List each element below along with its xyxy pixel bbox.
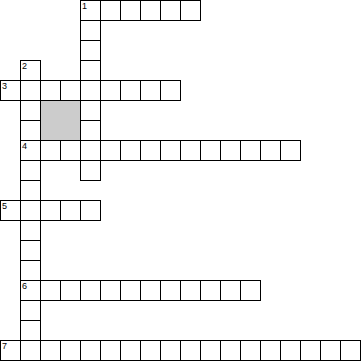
clue-number-7: 7 <box>2 341 7 351</box>
cell-r17c9[interactable] <box>180 340 201 361</box>
cell-r17c12[interactable] <box>240 340 261 361</box>
cell-r14c7[interactable] <box>140 280 161 301</box>
cell-r16c1[interactable] <box>20 320 41 341</box>
cell-r7c2[interactable] <box>40 140 61 161</box>
clue-number-2: 2 <box>22 61 27 71</box>
cell-r5c1[interactable] <box>20 100 41 121</box>
cell-r10c4[interactable] <box>80 200 101 221</box>
cell-r2c4[interactable] <box>80 40 101 61</box>
cell-r8c4[interactable] <box>80 160 101 181</box>
cell-r10c2[interactable] <box>40 200 61 221</box>
cell-r6c1[interactable] <box>20 120 41 141</box>
cell-r17c4[interactable] <box>80 340 101 361</box>
cell-r14c1[interactable]: 6 <box>20 280 41 301</box>
cell-r14c3[interactable] <box>60 280 81 301</box>
cell-r17c11[interactable] <box>220 340 241 361</box>
cell-r17c1[interactable] <box>20 340 41 361</box>
cell-r17c17[interactable] <box>340 340 361 361</box>
crossword-grid: 1234567 <box>0 0 361 361</box>
cell-r8c1[interactable] <box>20 160 41 181</box>
cell-r7c8[interactable] <box>160 140 181 161</box>
cell-r7c13[interactable] <box>260 140 281 161</box>
cell-r17c7[interactable] <box>140 340 161 361</box>
cell-r17c3[interactable] <box>60 340 81 361</box>
cell-r14c8[interactable] <box>160 280 181 301</box>
cell-r4c7[interactable] <box>140 80 161 101</box>
cell-r7c6[interactable] <box>120 140 141 161</box>
cell-r14c2[interactable] <box>40 280 61 301</box>
cell-r7c11[interactable] <box>220 140 241 161</box>
cell-r17c2[interactable] <box>40 340 61 361</box>
cell-r17c14[interactable] <box>280 340 301 361</box>
cell-r9c1[interactable] <box>20 180 41 201</box>
cell-r10c1[interactable] <box>20 200 41 221</box>
cell-r14c10[interactable] <box>200 280 221 301</box>
cell-r7c5[interactable] <box>100 140 121 161</box>
cell-r4c3[interactable] <box>60 80 81 101</box>
cell-r7c14[interactable] <box>280 140 301 161</box>
cell-r0c5[interactable] <box>100 0 121 21</box>
cell-r4c8[interactable] <box>160 80 181 101</box>
cell-r4c0[interactable]: 3 <box>0 80 21 101</box>
cell-r17c10[interactable] <box>200 340 221 361</box>
cell-r1c4[interactable] <box>80 20 101 41</box>
cell-r14c11[interactable] <box>220 280 241 301</box>
clue-number-4: 4 <box>22 141 27 151</box>
cell-r10c0[interactable]: 5 <box>0 200 21 221</box>
cell-r0c9[interactable] <box>180 0 201 21</box>
cell-r17c15[interactable] <box>300 340 321 361</box>
cell-r0c6[interactable] <box>120 0 141 21</box>
cell-r3c1[interactable]: 2 <box>20 60 41 81</box>
clue-number-6: 6 <box>22 281 27 291</box>
cell-r4c1[interactable] <box>20 80 41 101</box>
cell-r0c7[interactable] <box>140 0 161 21</box>
cell-r3c4[interactable] <box>80 60 101 81</box>
cell-r17c16[interactable] <box>320 340 341 361</box>
cell-r7c9[interactable] <box>180 140 201 161</box>
cell-r0c4[interactable]: 1 <box>80 0 101 21</box>
cell-r17c8[interactable] <box>160 340 181 361</box>
cell-r14c4[interactable] <box>80 280 101 301</box>
cell-r7c12[interactable] <box>240 140 261 161</box>
cell-r10c3[interactable] <box>60 200 81 221</box>
cell-r14c12[interactable] <box>240 280 261 301</box>
cell-r17c6[interactable] <box>120 340 141 361</box>
clue-number-3: 3 <box>2 81 7 91</box>
cell-r11c1[interactable] <box>20 220 41 241</box>
cell-r7c3[interactable] <box>60 140 81 161</box>
cell-r5c4[interactable] <box>80 100 101 121</box>
cell-r17c13[interactable] <box>260 340 281 361</box>
cell-r14c9[interactable] <box>180 280 201 301</box>
cell-r4c2[interactable] <box>40 80 61 101</box>
cell-r17c0[interactable]: 7 <box>0 340 21 361</box>
cell-r14c5[interactable] <box>100 280 121 301</box>
cell-r6c4[interactable] <box>80 120 101 141</box>
cell-r13c1[interactable] <box>20 260 41 281</box>
cell-r15c1[interactable] <box>20 300 41 321</box>
cell-r7c7[interactable] <box>140 140 161 161</box>
cell-r4c6[interactable] <box>120 80 141 101</box>
cell-r7c10[interactable] <box>200 140 221 161</box>
cell-r17c5[interactable] <box>100 340 121 361</box>
cell-r4c5[interactable] <box>100 80 121 101</box>
cell-r4c4[interactable] <box>80 80 101 101</box>
gray-shaded-block <box>40 100 81 141</box>
cell-r12c1[interactable] <box>20 240 41 261</box>
clue-number-5: 5 <box>2 201 7 211</box>
cell-r0c8[interactable] <box>160 0 181 21</box>
cell-r7c4[interactable] <box>80 140 101 161</box>
cell-r14c6[interactable] <box>120 280 141 301</box>
clue-number-1: 1 <box>82 1 87 11</box>
cell-r7c1[interactable]: 4 <box>20 140 41 161</box>
